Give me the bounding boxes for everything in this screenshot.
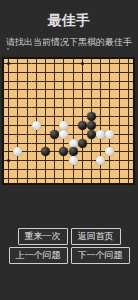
board-intersection[interactable]: [4, 148, 13, 157]
board-intersection[interactable]: [4, 165, 13, 174]
board-intersection[interactable]: [105, 148, 114, 157]
board-intersection[interactable]: [59, 139, 68, 148]
board-intersection[interactable]: [22, 112, 31, 121]
board-intersection[interactable]: [96, 112, 105, 121]
board-intersection[interactable]: [69, 148, 78, 157]
board-intersection[interactable]: [105, 156, 114, 165]
board-intersection[interactable]: [69, 130, 78, 139]
board-intersection[interactable]: [96, 103, 105, 112]
board-intersection[interactable]: [59, 174, 68, 183]
board-intersection[interactable]: [32, 121, 41, 130]
board-intersection[interactable]: [13, 139, 22, 148]
board-intersection[interactable]: [32, 139, 41, 148]
board-intersection[interactable]: [115, 174, 124, 183]
board-intersection[interactable]: [22, 68, 31, 77]
board-intersection[interactable]: [4, 103, 13, 112]
board-intersection[interactable]: [13, 130, 22, 139]
board-intersection[interactable]: [115, 86, 124, 95]
board-intersection[interactable]: [59, 94, 68, 103]
board-intersection[interactable]: [78, 59, 87, 68]
board-intersection[interactable]: [59, 77, 68, 86]
board-intersection[interactable]: [4, 77, 13, 86]
board-intersection[interactable]: [41, 59, 50, 68]
board-intersection[interactable]: [124, 174, 133, 183]
board-intersection[interactable]: [115, 156, 124, 165]
board-intersection[interactable]: [115, 130, 124, 139]
white-stone: [13, 147, 22, 156]
board-intersection[interactable]: [78, 156, 87, 165]
board-intersection[interactable]: [124, 148, 133, 157]
board-intersection[interactable]: [115, 139, 124, 148]
board-intersection[interactable]: [13, 156, 22, 165]
board-intersection[interactable]: [124, 121, 133, 130]
board-intersection[interactable]: [115, 165, 124, 174]
board-intersection[interactable]: [78, 68, 87, 77]
board-intersection[interactable]: [124, 112, 133, 121]
board-intersection[interactable]: [124, 77, 133, 86]
puzzle-instruction: 请找出当前情况下黑棋的最佳手: [0, 36, 138, 49]
board-intersection[interactable]: [69, 94, 78, 103]
board-intersection[interactable]: [41, 103, 50, 112]
board-intersection[interactable]: [22, 148, 31, 157]
board-intersection[interactable]: [59, 165, 68, 174]
board-intersection[interactable]: [96, 86, 105, 95]
board-intersection[interactable]: [87, 139, 96, 148]
board-intersection[interactable]: [4, 86, 13, 95]
black-stone: [87, 130, 96, 139]
board-intersection[interactable]: [13, 59, 22, 68]
board-intersection[interactable]: [41, 165, 50, 174]
board-intersection[interactable]: [41, 94, 50, 103]
star-point: [7, 159, 10, 162]
board-intersection[interactable]: [22, 59, 31, 68]
board-intersection[interactable]: [96, 59, 105, 68]
board-intersection[interactable]: [22, 156, 31, 165]
board-intersection[interactable]: [115, 68, 124, 77]
button-row-1: 重来一次 返回首页: [18, 228, 121, 245]
board-intersection[interactable]: [41, 121, 50, 130]
board-intersection[interactable]: [87, 174, 96, 183]
button-row-2: 上一个问题 下一个问题: [9, 247, 130, 264]
black-stone: [50, 130, 59, 139]
board-intersection[interactable]: [13, 94, 22, 103]
board-intersection[interactable]: [13, 174, 22, 183]
board-intersection[interactable]: [13, 121, 22, 130]
board-intersection[interactable]: [115, 59, 124, 68]
board-intersection[interactable]: [50, 130, 59, 139]
board-intersection[interactable]: [4, 121, 13, 130]
board-intersection[interactable]: [78, 139, 87, 148]
board-intersection[interactable]: [59, 86, 68, 95]
go-board[interactable]: [2, 57, 135, 185]
board-intersection[interactable]: [22, 165, 31, 174]
board-intersection[interactable]: [4, 156, 13, 165]
white-stone: [32, 121, 41, 130]
board-intersection[interactable]: [41, 156, 50, 165]
board-intersection[interactable]: [87, 86, 96, 95]
board-intersection[interactable]: [4, 59, 13, 68]
board-intersection[interactable]: [50, 86, 59, 95]
board-intersection[interactable]: [59, 130, 68, 139]
board-intersection[interactable]: [4, 130, 13, 139]
board-intersection[interactable]: [78, 94, 87, 103]
board-intersection[interactable]: [96, 68, 105, 77]
board-intersection[interactable]: [124, 86, 133, 95]
white-stone: [105, 147, 114, 156]
board-intersection[interactable]: [59, 59, 68, 68]
board-intersection[interactable]: [124, 68, 133, 77]
board-intersection[interactable]: [87, 130, 96, 139]
board-intersection[interactable]: [105, 77, 114, 86]
board-intersection[interactable]: [13, 103, 22, 112]
board-intersection[interactable]: [124, 59, 133, 68]
board-intersection[interactable]: [96, 130, 105, 139]
board-intersection[interactable]: [105, 130, 114, 139]
board-intersection[interactable]: [124, 94, 133, 103]
board-intersection[interactable]: [4, 112, 13, 121]
app-screen: 最佳手 请找出当前情况下黑棋的最佳手 重来一次 返回首页 上一个问题 下一个问题: [0, 0, 138, 300]
black-stone: [78, 121, 87, 130]
board-intersection[interactable]: [50, 148, 59, 157]
white-stone: [69, 139, 78, 148]
board-intersection[interactable]: [105, 68, 114, 77]
board-intersection[interactable]: [124, 165, 133, 174]
board-intersection[interactable]: [59, 156, 68, 165]
board-intersection[interactable]: [13, 112, 22, 121]
board-intersection[interactable]: [41, 86, 50, 95]
board-intersection[interactable]: [105, 59, 114, 68]
board-intersection[interactable]: [96, 121, 105, 130]
board-intersection[interactable]: [22, 77, 31, 86]
board-intersection[interactable]: [32, 103, 41, 112]
board-intersection[interactable]: [50, 174, 59, 183]
board-intersection[interactable]: [32, 165, 41, 174]
board-intersection[interactable]: [50, 112, 59, 121]
board-intersection[interactable]: [96, 174, 105, 183]
board-intersection[interactable]: [78, 174, 87, 183]
board-intersection[interactable]: [32, 156, 41, 165]
board-intersection[interactable]: [4, 68, 13, 77]
board-intersection[interactable]: [87, 94, 96, 103]
board-intersection[interactable]: [59, 68, 68, 77]
board-intersection[interactable]: [22, 139, 31, 148]
board-intersection[interactable]: [87, 165, 96, 174]
board-intersection[interactable]: [41, 174, 50, 183]
board-intersection[interactable]: [105, 139, 114, 148]
board-intersection[interactable]: [50, 68, 59, 77]
board-intersection[interactable]: [59, 121, 68, 130]
white-stone: [59, 121, 68, 130]
board-intersection[interactable]: [105, 86, 114, 95]
board-intersection[interactable]: [13, 165, 22, 174]
board-intersection[interactable]: [50, 121, 59, 130]
board-intersection[interactable]: [22, 130, 31, 139]
board-intersection[interactable]: [32, 59, 41, 68]
board-intersection[interactable]: [50, 156, 59, 165]
board-intersection[interactable]: [32, 174, 41, 183]
black-stone: [59, 147, 68, 156]
board-intersection[interactable]: [78, 148, 87, 157]
board-intersection[interactable]: [41, 112, 50, 121]
board-intersection[interactable]: [13, 86, 22, 95]
board-intersection[interactable]: [13, 148, 22, 157]
board-intersection[interactable]: [50, 59, 59, 68]
home-button[interactable]: 返回首页: [71, 228, 121, 245]
board-intersection[interactable]: [115, 148, 124, 157]
board-intersection[interactable]: [96, 94, 105, 103]
board-intersection[interactable]: [96, 156, 105, 165]
star-point: [81, 62, 84, 65]
board-intersection[interactable]: [13, 77, 22, 86]
white-stone: [96, 156, 105, 165]
board-intersection[interactable]: [87, 121, 96, 130]
board-intersection[interactable]: [41, 139, 50, 148]
board-intersection[interactable]: [32, 130, 41, 139]
white-stone: [96, 130, 105, 139]
board-intersection[interactable]: [78, 86, 87, 95]
board-intersection[interactable]: [78, 121, 87, 130]
board-intersection[interactable]: [115, 77, 124, 86]
board-intersection[interactable]: [69, 103, 78, 112]
board-intersection[interactable]: [41, 130, 50, 139]
board-intersection[interactable]: [124, 130, 133, 139]
board-intersection[interactable]: [78, 103, 87, 112]
board-intersection[interactable]: [78, 165, 87, 174]
board-intersection[interactable]: [32, 68, 41, 77]
board-intersection[interactable]: [96, 165, 105, 174]
board-intersection[interactable]: [87, 156, 96, 165]
board-intersection[interactable]: [69, 165, 78, 174]
board-intersection[interactable]: [50, 77, 59, 86]
board-intersection[interactable]: [69, 121, 78, 130]
board-intersection[interactable]: [124, 103, 133, 112]
board-intersection[interactable]: [87, 77, 96, 86]
board-intersection[interactable]: [32, 94, 41, 103]
board-intersection[interactable]: [69, 86, 78, 95]
board-intersection[interactable]: [69, 139, 78, 148]
board-intersection[interactable]: [4, 174, 13, 183]
board-intersection[interactable]: [87, 68, 96, 77]
black-stone: [87, 112, 96, 121]
bullet-dot: [7, 48, 9, 50]
board-intersection[interactable]: [32, 77, 41, 86]
board-intersection[interactable]: [22, 86, 31, 95]
board-intersection[interactable]: [41, 77, 50, 86]
board-intersection[interactable]: [105, 103, 114, 112]
board-intersection[interactable]: [50, 103, 59, 112]
board-intersection[interactable]: [59, 103, 68, 112]
board-intersection[interactable]: [69, 174, 78, 183]
next-problem-button[interactable]: 下一个问题: [71, 247, 130, 264]
board-intersection[interactable]: [22, 174, 31, 183]
board-intersection[interactable]: [59, 148, 68, 157]
board-intersection[interactable]: [115, 112, 124, 121]
board-intersection[interactable]: [69, 112, 78, 121]
board-intersection[interactable]: [78, 77, 87, 86]
board-intersection[interactable]: [13, 68, 22, 77]
board-intersection[interactable]: [96, 139, 105, 148]
board-intersection[interactable]: [59, 112, 68, 121]
board-intersection[interactable]: [4, 94, 13, 103]
board-intersection[interactable]: [105, 112, 114, 121]
board-intersection[interactable]: [87, 112, 96, 121]
board-intersection[interactable]: [22, 103, 31, 112]
page-title: 最佳手: [0, 12, 138, 30]
board-intersection[interactable]: [87, 148, 96, 157]
board-intersection[interactable]: [87, 103, 96, 112]
black-stone: [41, 147, 50, 156]
board-intersection[interactable]: [115, 103, 124, 112]
board-intersection[interactable]: [50, 165, 59, 174]
board-intersection[interactable]: [124, 139, 133, 148]
board-intersection[interactable]: [32, 112, 41, 121]
board-intersection[interactable]: [78, 130, 87, 139]
board-intersection[interactable]: [50, 94, 59, 103]
board-intersection[interactable]: [32, 148, 41, 157]
black-stone: [78, 139, 87, 148]
black-stone: [69, 147, 78, 156]
white-stone: [69, 156, 78, 165]
board-intersection[interactable]: [96, 148, 105, 157]
board-intersection[interactable]: [32, 86, 41, 95]
board-intersection[interactable]: [69, 68, 78, 77]
board-intersection[interactable]: [105, 165, 114, 174]
board-intersection[interactable]: [105, 94, 114, 103]
board-intersection[interactable]: [124, 156, 133, 165]
board-intersection[interactable]: [78, 112, 87, 121]
board-intersection[interactable]: [69, 156, 78, 165]
board-intersection[interactable]: [41, 68, 50, 77]
board-intersection[interactable]: [50, 139, 59, 148]
board-intersection[interactable]: [4, 139, 13, 148]
board-intersection[interactable]: [41, 148, 50, 157]
board-intersection[interactable]: [96, 77, 105, 86]
board-intersection[interactable]: [115, 94, 124, 103]
white-stone: [105, 130, 114, 139]
board-intersection[interactable]: [22, 121, 31, 130]
retry-button[interactable]: 重来一次: [18, 228, 68, 245]
white-stone: [59, 130, 68, 139]
board-intersection[interactable]: [69, 59, 78, 68]
button-panel: 重来一次 返回首页 上一个问题 下一个问题: [0, 228, 138, 264]
board-intersection[interactable]: [87, 59, 96, 68]
board-intersection[interactable]: [69, 77, 78, 86]
board-intersection[interactable]: [22, 94, 31, 103]
star-point: [7, 62, 10, 65]
board-intersection[interactable]: [105, 174, 114, 183]
board-intersection[interactable]: [115, 121, 124, 130]
black-stone: [87, 121, 96, 130]
prev-problem-button[interactable]: 上一个问题: [9, 247, 68, 264]
board-intersection[interactable]: [105, 121, 114, 130]
